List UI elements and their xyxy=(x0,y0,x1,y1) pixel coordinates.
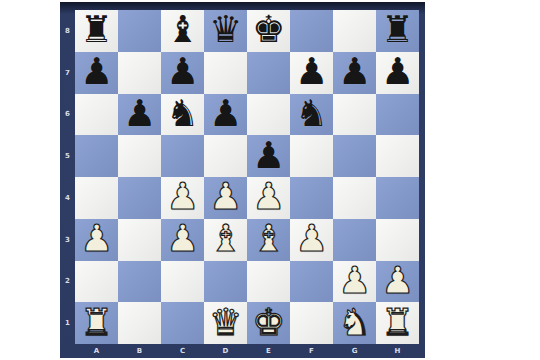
square-c1[interactable] xyxy=(161,302,204,344)
white-pawn-e4[interactable]: ♟ xyxy=(252,178,285,215)
square-e4[interactable]: ♟ xyxy=(247,177,290,219)
file-label-g: G xyxy=(333,344,376,358)
white-pawn-f3[interactable]: ♟ xyxy=(295,220,328,257)
square-f8[interactable] xyxy=(290,10,333,52)
square-h4[interactable] xyxy=(376,177,419,219)
black-bishop-c8[interactable]: ♝ xyxy=(166,11,199,48)
square-c8[interactable]: ♝ xyxy=(161,10,204,52)
white-pawn-a3[interactable]: ♟ xyxy=(80,220,113,257)
white-pawn-c4[interactable]: ♟ xyxy=(166,178,199,215)
square-d5[interactable] xyxy=(204,135,247,177)
square-d8[interactable]: ♛ xyxy=(204,10,247,52)
square-a8[interactable]: ♜ xyxy=(75,10,118,52)
white-king-e1[interactable]: ♚ xyxy=(252,304,285,341)
file-label-f: F xyxy=(290,344,333,358)
black-knight-c6[interactable]: ♞ xyxy=(166,95,199,132)
square-f5[interactable] xyxy=(290,135,333,177)
square-e5[interactable]: ♟ xyxy=(247,135,290,177)
black-queen-d8[interactable]: ♛ xyxy=(209,11,242,48)
square-h3[interactable] xyxy=(376,219,419,261)
black-pawn-c7[interactable]: ♟ xyxy=(166,53,199,90)
square-b8[interactable] xyxy=(118,10,161,52)
file-label-h: H xyxy=(376,344,419,358)
square-d3[interactable]: ♝ xyxy=(204,219,247,261)
square-b1[interactable] xyxy=(118,302,161,344)
square-h6[interactable] xyxy=(376,94,419,136)
square-g7[interactable]: ♟ xyxy=(333,52,376,94)
rank-label-3: 3 xyxy=(60,219,75,261)
black-rook-h8[interactable]: ♜ xyxy=(381,11,414,48)
chess-board: 87654321 ♜♝♛♚♜♟♟♟♟♟♟♞♟♞♟♟♟♟♟♟♝♝♟♟♟♜♛♚♞♜ … xyxy=(60,2,425,358)
square-e7[interactable] xyxy=(247,52,290,94)
black-pawn-f7[interactable]: ♟ xyxy=(295,53,328,90)
rank-label-5: 5 xyxy=(60,135,75,177)
board-squares: ♜♝♛♚♜♟♟♟♟♟♟♞♟♞♟♟♟♟♟♟♝♝♟♟♟♜♛♚♞♜ xyxy=(75,10,419,344)
black-pawn-a7[interactable]: ♟ xyxy=(80,53,113,90)
rank-label-2: 2 xyxy=(60,261,75,303)
square-g6[interactable] xyxy=(333,94,376,136)
square-c3[interactable]: ♟ xyxy=(161,219,204,261)
white-pawn-g2[interactable]: ♟ xyxy=(338,262,371,299)
file-label-c: C xyxy=(161,344,204,358)
black-pawn-e5[interactable]: ♟ xyxy=(252,137,285,174)
square-e2[interactable] xyxy=(247,261,290,303)
black-pawn-b6[interactable]: ♟ xyxy=(123,95,156,132)
rank-label-6: 6 xyxy=(60,94,75,136)
square-g1[interactable]: ♞ xyxy=(333,302,376,344)
square-e3[interactable]: ♝ xyxy=(247,219,290,261)
white-rook-h1[interactable]: ♜ xyxy=(381,304,414,341)
file-label-e: E xyxy=(247,344,290,358)
black-knight-f6[interactable]: ♞ xyxy=(295,95,328,132)
square-h7[interactable]: ♟ xyxy=(376,52,419,94)
white-bishop-e3[interactable]: ♝ xyxy=(252,220,285,257)
square-f1[interactable] xyxy=(290,302,333,344)
square-a5[interactable] xyxy=(75,135,118,177)
file-label-b: B xyxy=(118,344,161,358)
square-c6[interactable]: ♞ xyxy=(161,94,204,136)
page: 87654321 ♜♝♛♚♜♟♟♟♟♟♟♞♟♞♟♟♟♟♟♟♝♝♟♟♟♜♛♚♞♜ … xyxy=(0,0,540,360)
square-c2[interactable] xyxy=(161,261,204,303)
square-b6[interactable]: ♟ xyxy=(118,94,161,136)
square-d7[interactable] xyxy=(204,52,247,94)
black-pawn-g7[interactable]: ♟ xyxy=(338,53,371,90)
square-a3[interactable]: ♟ xyxy=(75,219,118,261)
white-rook-a1[interactable]: ♜ xyxy=(80,304,113,341)
square-c4[interactable]: ♟ xyxy=(161,177,204,219)
square-b4[interactable] xyxy=(118,177,161,219)
square-f4[interactable] xyxy=(290,177,333,219)
square-g5[interactable] xyxy=(333,135,376,177)
white-pawn-d4[interactable]: ♟ xyxy=(209,178,242,215)
square-c5[interactable] xyxy=(161,135,204,177)
square-h5[interactable] xyxy=(376,135,419,177)
square-h2[interactable]: ♟ xyxy=(376,261,419,303)
rank-label-4: 4 xyxy=(60,177,75,219)
black-pawn-h7[interactable]: ♟ xyxy=(381,53,414,90)
white-knight-g1[interactable]: ♞ xyxy=(338,304,371,341)
file-label-d: D xyxy=(204,344,247,358)
rank-label-1: 1 xyxy=(60,302,75,344)
square-d2[interactable] xyxy=(204,261,247,303)
square-a1[interactable]: ♜ xyxy=(75,302,118,344)
white-pawn-c3[interactable]: ♟ xyxy=(166,220,199,257)
black-king-e8[interactable]: ♚ xyxy=(252,11,285,48)
square-g8[interactable] xyxy=(333,10,376,52)
square-e1[interactable]: ♚ xyxy=(247,302,290,344)
square-g2[interactable]: ♟ xyxy=(333,261,376,303)
square-b2[interactable] xyxy=(118,261,161,303)
square-b7[interactable] xyxy=(118,52,161,94)
square-b5[interactable] xyxy=(118,135,161,177)
square-e6[interactable] xyxy=(247,94,290,136)
square-f7[interactable]: ♟ xyxy=(290,52,333,94)
rank-label-7: 7 xyxy=(60,52,75,94)
white-bishop-d3[interactable]: ♝ xyxy=(209,220,242,257)
square-g3[interactable] xyxy=(333,219,376,261)
square-f2[interactable] xyxy=(290,261,333,303)
square-a7[interactable]: ♟ xyxy=(75,52,118,94)
square-c7[interactable]: ♟ xyxy=(161,52,204,94)
file-label-a: A xyxy=(75,344,118,358)
square-a6[interactable] xyxy=(75,94,118,136)
square-d1[interactable]: ♛ xyxy=(204,302,247,344)
white-pawn-h2[interactable]: ♟ xyxy=(381,262,414,299)
square-f3[interactable]: ♟ xyxy=(290,219,333,261)
square-b3[interactable] xyxy=(118,219,161,261)
square-g4[interactable] xyxy=(333,177,376,219)
square-f6[interactable]: ♞ xyxy=(290,94,333,136)
square-a2[interactable] xyxy=(75,261,118,303)
black-rook-a8[interactable]: ♜ xyxy=(80,11,113,48)
rank-labels: 87654321 xyxy=(60,10,75,344)
square-h1[interactable]: ♜ xyxy=(376,302,419,344)
file-labels: ABCDEFGH xyxy=(75,344,419,358)
square-h8[interactable]: ♜ xyxy=(376,10,419,52)
square-d4[interactable]: ♟ xyxy=(204,177,247,219)
black-pawn-d6[interactable]: ♟ xyxy=(209,95,242,132)
square-a4[interactable] xyxy=(75,177,118,219)
rank-label-8: 8 xyxy=(60,10,75,52)
square-d6[interactable]: ♟ xyxy=(204,94,247,136)
square-e8[interactable]: ♚ xyxy=(247,10,290,52)
white-queen-d1[interactable]: ♛ xyxy=(209,304,242,341)
